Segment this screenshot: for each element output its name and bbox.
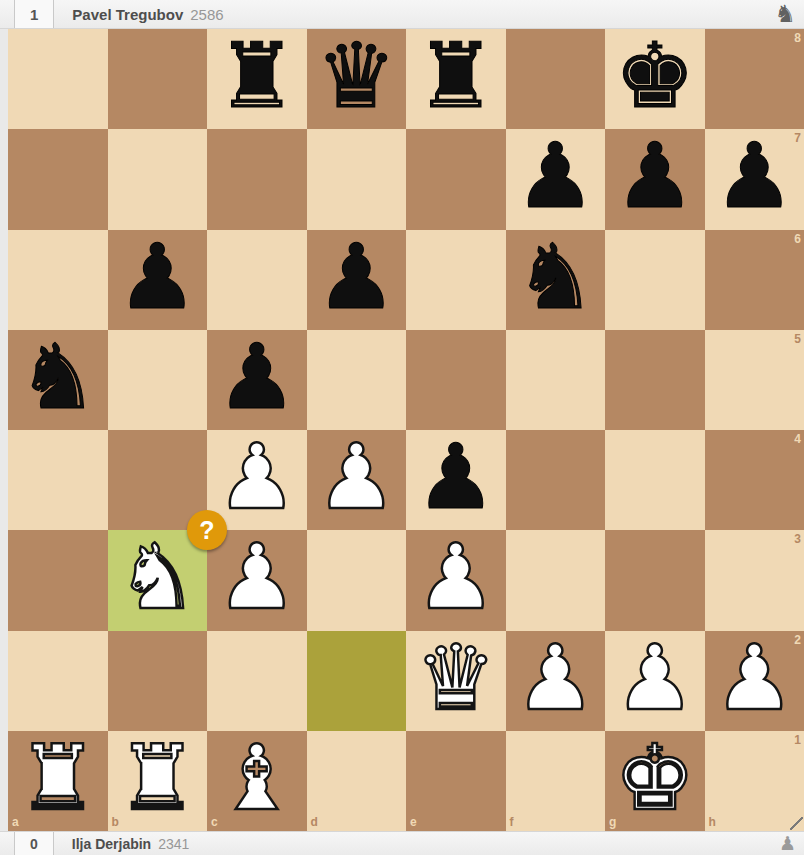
square-g1[interactable]: ♚g: [605, 731, 705, 831]
rank-label-8: 8: [794, 32, 801, 44]
mistake-annotation-badge: ?: [187, 510, 227, 550]
square-a4[interactable]: [8, 430, 108, 530]
white-pawn[interactable]: ♟: [216, 432, 297, 522]
square-d2[interactable]: [307, 631, 407, 731]
square-g3[interactable]: [605, 530, 705, 630]
square-a2[interactable]: [8, 631, 108, 731]
rank-label-4: 4: [794, 433, 801, 445]
square-c5[interactable]: ♟: [207, 330, 307, 430]
square-c8[interactable]: ♜: [207, 29, 307, 129]
square-h5[interactable]: 5: [705, 330, 804, 430]
chess-board[interactable]: ♜♛♜♚8♟♟♟7♟♟♞6♞♟5♟♟♟4♞♟♟3♛♟♟♟2♜a♜b♝cdef♚g…: [8, 29, 804, 831]
white-pawn[interactable]: ♟: [216, 532, 297, 622]
black-rook[interactable]: ♜: [216, 31, 297, 121]
white-king[interactable]: ♚: [614, 733, 695, 823]
black-knight[interactable]: ♞: [515, 232, 596, 322]
white-pawn[interactable]: ♟: [614, 633, 695, 723]
bottom-player-bar: 0 Ilja Derjabin 2341 ♟: [0, 831, 804, 855]
square-a6[interactable]: [8, 230, 108, 330]
top-player-rating: 2586: [190, 6, 223, 23]
file-label-f: f: [510, 816, 514, 828]
white-rook[interactable]: ♜: [17, 733, 98, 823]
rank-label-6: 6: [794, 233, 801, 245]
black-pawn[interactable]: ♟: [714, 131, 795, 221]
black-rook[interactable]: ♜: [415, 31, 496, 121]
rank-label-2: 2: [794, 634, 801, 646]
square-c3[interactable]: ♟: [207, 530, 307, 630]
square-b5[interactable]: [108, 330, 208, 430]
square-d6[interactable]: ♟: [307, 230, 407, 330]
white-rook[interactable]: ♜: [117, 733, 198, 823]
square-d8[interactable]: ♛: [307, 29, 407, 129]
board-resize-handle[interactable]: [790, 817, 803, 830]
black-king[interactable]: ♚: [614, 31, 695, 121]
bottom-player-score: 0: [14, 832, 54, 855]
square-h8[interactable]: 8: [705, 29, 804, 129]
square-e5[interactable]: [406, 330, 506, 430]
white-knight[interactable]: ♞: [117, 532, 198, 622]
square-d7[interactable]: [307, 129, 407, 229]
square-f4[interactable]: [506, 430, 606, 530]
square-b1[interactable]: ♜b: [108, 731, 208, 831]
square-e3[interactable]: ♟: [406, 530, 506, 630]
square-e8[interactable]: ♜: [406, 29, 506, 129]
square-g4[interactable]: [605, 430, 705, 530]
file-label-e: e: [410, 816, 417, 828]
square-f3[interactable]: [506, 530, 606, 630]
square-f1[interactable]: f: [506, 731, 606, 831]
black-pawn[interactable]: ♟: [216, 332, 297, 422]
square-c2[interactable]: [207, 631, 307, 731]
square-c6[interactable]: [207, 230, 307, 330]
square-f2[interactable]: ♟: [506, 631, 606, 731]
black-knight[interactable]: ♞: [17, 332, 98, 422]
square-h1[interactable]: h1: [705, 731, 804, 831]
square-e2[interactable]: ♛: [406, 631, 506, 731]
square-h3[interactable]: 3: [705, 530, 804, 630]
black-pawn[interactable]: ♟: [316, 232, 397, 322]
square-g7[interactable]: ♟: [605, 129, 705, 229]
black-pawn[interactable]: ♟: [515, 131, 596, 221]
square-h6[interactable]: 6: [705, 230, 804, 330]
square-b8[interactable]: [108, 29, 208, 129]
black-pawn[interactable]: ♟: [614, 131, 695, 221]
rank-label-3: 3: [794, 533, 801, 545]
white-pawn[interactable]: ♟: [415, 532, 496, 622]
square-g6[interactable]: [605, 230, 705, 330]
white-pawn[interactable]: ♟: [515, 633, 596, 723]
square-c7[interactable]: [207, 129, 307, 229]
rank-label-1: 1: [794, 734, 801, 746]
square-b7[interactable]: [108, 129, 208, 229]
game-viewer: 1 Pavel Tregubov 2586 ♞ ♜♛♜♚8♟♟♟7♟♟♞6♞♟5…: [0, 0, 804, 855]
square-b3[interactable]: ♞: [108, 530, 208, 630]
square-h2[interactable]: ♟2: [705, 631, 804, 731]
square-d3[interactable]: [307, 530, 407, 630]
square-g8[interactable]: ♚: [605, 29, 705, 129]
square-c4[interactable]: ♟: [207, 430, 307, 530]
square-e7[interactable]: [406, 129, 506, 229]
black-pawn[interactable]: ♟: [415, 432, 496, 522]
black-pawn[interactable]: ♟: [117, 232, 198, 322]
square-a7[interactable]: [8, 129, 108, 229]
square-e4[interactable]: ♟: [406, 430, 506, 530]
square-b2[interactable]: [108, 631, 208, 731]
pawn-icon: ♟: [779, 834, 796, 853]
square-h4[interactable]: 4: [705, 430, 804, 530]
square-a8[interactable]: [8, 29, 108, 129]
square-d5[interactable]: [307, 330, 407, 430]
square-b6[interactable]: ♟: [108, 230, 208, 330]
black-queen[interactable]: ♛: [316, 31, 397, 121]
square-a3[interactable]: [8, 530, 108, 630]
knight-icon: ♞: [774, 2, 796, 26]
square-e6[interactable]: [406, 230, 506, 330]
white-pawn[interactable]: ♟: [714, 633, 795, 723]
square-d1[interactable]: d: [307, 731, 407, 831]
square-c1[interactable]: ♝c: [207, 731, 307, 831]
square-d4[interactable]: ♟: [307, 430, 407, 530]
square-a5[interactable]: ♞: [8, 330, 108, 430]
white-bishop[interactable]: ♝: [216, 733, 297, 823]
white-pawn[interactable]: ♟: [316, 432, 397, 522]
square-e1[interactable]: e: [406, 731, 506, 831]
white-queen[interactable]: ♛: [415, 633, 496, 723]
bottom-player-name: Ilja Derjabin: [72, 836, 151, 852]
square-f5[interactable]: [506, 330, 606, 430]
top-player-name: Pavel Tregubov: [72, 6, 183, 23]
file-label-h: h: [709, 816, 716, 828]
rank-label-7: 7: [794, 132, 801, 144]
square-f8[interactable]: [506, 29, 606, 129]
square-g2[interactable]: ♟: [605, 631, 705, 731]
bottom-player-rating: 2341: [158, 836, 189, 852]
square-f7[interactable]: ♟: [506, 129, 606, 229]
square-f6[interactable]: ♞: [506, 230, 606, 330]
file-label-d: d: [311, 816, 318, 828]
square-g5[interactable]: [605, 330, 705, 430]
square-a1[interactable]: ♜a: [8, 731, 108, 831]
square-h7[interactable]: ♟7: [705, 129, 804, 229]
top-player-score: 1: [14, 0, 54, 28]
rank-label-5: 5: [794, 333, 801, 345]
